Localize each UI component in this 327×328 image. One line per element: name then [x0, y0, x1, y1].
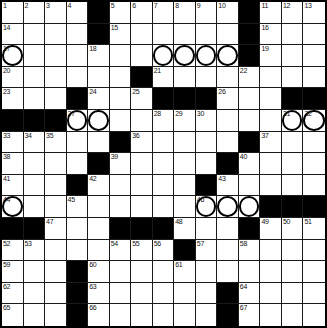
cell-r5c3[interactable] [45, 88, 67, 110]
cell-r7c8[interactable] [153, 132, 175, 154]
clue-number: 9 [197, 2, 201, 10]
cell-r11c14[interactable]: 50 [282, 218, 304, 240]
clue-number: 47 [46, 218, 53, 226]
clue-number: 31 [283, 110, 290, 118]
clue-number: 12 [283, 2, 290, 10]
clue-number: 49 [261, 218, 268, 226]
cell-r3c4[interactable] [67, 45, 89, 67]
cell-r3c13[interactable]: 19 [260, 45, 282, 67]
cell-r6c4[interactable]: 27 [67, 110, 89, 132]
cell-r12c1[interactable]: 52 [2, 240, 24, 262]
cell-r13c10[interactable] [196, 261, 218, 283]
cell-r4c8[interactable]: 21 [153, 67, 175, 89]
black-square-r12c9 [174, 240, 196, 262]
clue-number: 2 [25, 2, 29, 10]
cell-r15c5[interactable]: 66 [88, 304, 110, 326]
cell-r9c9[interactable] [174, 175, 196, 197]
cell-r12c11[interactable] [217, 240, 239, 262]
clue-number: 14 [3, 24, 10, 32]
cell-r1c13[interactable]: 11 [260, 2, 282, 24]
circle-marker [153, 45, 174, 66]
cell-r7c10[interactable] [196, 132, 218, 154]
clue-number: 66 [89, 304, 96, 312]
cell-r3c1[interactable]: 17 [2, 45, 24, 67]
cell-r7c11[interactable] [217, 132, 239, 154]
black-square-r5c15 [303, 88, 325, 110]
cell-r9c8[interactable] [153, 175, 175, 197]
clue-number: 15 [111, 24, 118, 32]
cell-r9c6[interactable] [110, 175, 132, 197]
cell-r11c4[interactable] [67, 218, 89, 240]
clue-number: 36 [132, 132, 139, 140]
cell-r1c10[interactable]: 9 [196, 2, 218, 24]
cell-r10c8[interactable] [153, 196, 175, 218]
cell-r7c9[interactable] [174, 132, 196, 154]
cell-r2c7[interactable] [131, 24, 153, 46]
cell-r8c14[interactable] [282, 153, 304, 175]
black-square-r13c4 [67, 261, 89, 283]
cell-r12c7[interactable]: 55 [131, 240, 153, 262]
cell-r12c4[interactable] [67, 240, 89, 262]
cell-r3c3[interactable] [45, 45, 67, 67]
cell-r6c13[interactable] [260, 110, 282, 132]
cell-r5c1[interactable]: 23 [2, 88, 24, 110]
cell-r12c14[interactable] [282, 240, 304, 262]
cell-r4c5[interactable] [88, 67, 110, 89]
clue-number: 50 [283, 218, 290, 226]
cell-r6c11[interactable] [217, 110, 239, 132]
cell-r13c3[interactable] [45, 261, 67, 283]
cell-r8c8[interactable] [153, 153, 175, 175]
clue-number: 20 [3, 67, 10, 75]
black-square-r5c8 [153, 88, 175, 110]
circle-marker [239, 196, 260, 217]
cell-r2c9[interactable] [174, 24, 196, 46]
crossword-board: 1234567891011121314151617181920212223242… [0, 0, 327, 328]
cell-r1c14[interactable]: 12 [282, 2, 304, 24]
black-square-r5c9 [174, 88, 196, 110]
cell-r15c12[interactable]: 67 [239, 304, 261, 326]
cell-r4c13[interactable] [260, 67, 282, 89]
cell-r4c6[interactable] [110, 67, 132, 89]
cell-r13c15[interactable] [303, 261, 325, 283]
cell-r15c13[interactable] [260, 304, 282, 326]
clue-number: 7 [154, 2, 158, 10]
cell-r8c4[interactable] [67, 153, 89, 175]
black-square-r11c6 [110, 218, 132, 240]
cell-r13c12[interactable] [239, 261, 261, 283]
cell-r12c8[interactable]: 56 [153, 240, 175, 262]
clue-number: 30 [197, 110, 204, 118]
cell-r10c3[interactable] [45, 196, 67, 218]
clue-number: 53 [25, 240, 32, 248]
clue-number: 40 [240, 153, 247, 161]
cell-r6c12[interactable] [239, 110, 261, 132]
clue-number: 55 [132, 240, 139, 248]
cell-r6c6[interactable] [110, 110, 132, 132]
cell-r14c12[interactable]: 64 [239, 283, 261, 305]
clue-number: 32 [304, 110, 311, 118]
cell-r10c4[interactable]: 45 [67, 196, 89, 218]
cell-r12c15[interactable] [303, 240, 325, 262]
cell-r7c15[interactable] [303, 132, 325, 154]
cell-r1c8[interactable]: 7 [153, 2, 175, 24]
black-square-r14c4 [67, 283, 89, 305]
clue-number: 59 [3, 261, 10, 269]
cell-r4c4[interactable] [67, 67, 89, 89]
circle-marker [88, 110, 109, 131]
black-square-r10c14 [282, 196, 304, 218]
clue-number: 18 [89, 45, 96, 53]
cell-r10c11[interactable] [217, 196, 239, 218]
cell-r5c13[interactable] [260, 88, 282, 110]
black-square-r10c13 [260, 196, 282, 218]
cell-r12c12[interactable]: 58 [239, 240, 261, 262]
cell-r9c12[interactable] [239, 175, 261, 197]
cell-r3c10[interactable] [196, 45, 218, 67]
cell-r6c5[interactable] [88, 110, 110, 132]
clue-number: 13 [304, 2, 311, 10]
cell-r6c14[interactable]: 31 [282, 110, 304, 132]
cell-r3c5[interactable]: 18 [88, 45, 110, 67]
cell-r10c7[interactable] [131, 196, 153, 218]
cell-r5c2[interactable] [24, 88, 46, 110]
clue-number: 27 [68, 110, 75, 118]
cell-r3c6[interactable] [110, 45, 132, 67]
cell-r10c1[interactable]: 44 [2, 196, 24, 218]
black-square-r6c2 [24, 110, 46, 132]
black-square-r11c1 [2, 218, 24, 240]
cell-r11c3[interactable]: 47 [45, 218, 67, 240]
clue-number: 35 [46, 132, 53, 140]
cell-r6c7[interactable] [131, 110, 153, 132]
cell-r2c1[interactable]: 14 [2, 24, 24, 46]
cell-r15c1[interactable]: 65 [2, 304, 24, 326]
cell-r13c1[interactable]: 59 [2, 261, 24, 283]
cell-r10c5[interactable] [88, 196, 110, 218]
cell-r10c9[interactable] [174, 196, 196, 218]
cell-r9c7[interactable] [131, 175, 153, 197]
cell-r6c8[interactable]: 28 [153, 110, 175, 132]
clue-number: 61 [175, 261, 182, 269]
cell-r15c10[interactable] [196, 304, 218, 326]
black-square-r1c12 [239, 2, 261, 24]
cell-r7c14[interactable] [282, 132, 304, 154]
clue-number: 56 [154, 240, 161, 248]
crossword-puzzle: 1234567891011121314151617181920212223242… [0, 0, 327, 328]
cell-r9c15[interactable] [303, 175, 325, 197]
clue-number: 44 [3, 196, 10, 204]
cell-r15c2[interactable] [24, 304, 46, 326]
clue-number: 38 [3, 153, 10, 161]
cell-r9c14[interactable] [282, 175, 304, 197]
clue-number: 3 [46, 2, 50, 10]
clue-number: 8 [175, 2, 179, 10]
cell-r2c4[interactable] [67, 24, 89, 46]
cell-r8c7[interactable] [131, 153, 153, 175]
cell-r6c15[interactable]: 32 [303, 110, 325, 132]
clue-number: 41 [3, 175, 10, 183]
clue-number: 29 [175, 110, 182, 118]
clue-number: 19 [261, 45, 268, 53]
cell-r7c1[interactable]: 33 [2, 132, 24, 154]
black-square-r15c4 [67, 304, 89, 326]
cell-r1c2[interactable]: 2 [24, 2, 46, 24]
cell-r2c8[interactable] [153, 24, 175, 46]
cell-r1c6[interactable]: 5 [110, 2, 132, 24]
cell-r1c7[interactable]: 6 [131, 2, 153, 24]
black-square-r5c14 [282, 88, 304, 110]
cell-r12c13[interactable] [260, 240, 282, 262]
clue-number: 16 [261, 24, 268, 32]
clue-number: 22 [240, 67, 247, 75]
clue-number: 28 [154, 110, 161, 118]
black-square-r9c10 [196, 175, 218, 197]
cell-r13c11[interactable] [217, 261, 239, 283]
cell-r11c13[interactable]: 49 [260, 218, 282, 240]
cell-r9c3[interactable] [45, 175, 67, 197]
cell-r9c1[interactable]: 41 [2, 175, 24, 197]
cell-r1c1[interactable]: 1 [2, 2, 24, 24]
cell-r12c2[interactable]: 53 [24, 240, 46, 262]
cell-r14c14[interactable] [282, 283, 304, 305]
cell-r11c5[interactable] [88, 218, 110, 240]
cell-r7c3[interactable]: 35 [45, 132, 67, 154]
cell-r5c5[interactable]: 24 [88, 88, 110, 110]
cell-r12c5[interactable] [88, 240, 110, 262]
cell-r15c15[interactable] [303, 304, 325, 326]
cell-r14c7[interactable] [131, 283, 153, 305]
black-square-r14c11 [217, 283, 239, 305]
clue-number: 60 [89, 261, 96, 269]
cell-r15c14[interactable] [282, 304, 304, 326]
cell-r13c13[interactable] [260, 261, 282, 283]
clue-number: 46 [197, 196, 204, 204]
black-square-r5c10 [196, 88, 218, 110]
cell-r4c15[interactable] [303, 67, 325, 89]
cell-r12c10[interactable]: 57 [196, 240, 218, 262]
cell-r2c14[interactable] [282, 24, 304, 46]
clue-number: 11 [261, 2, 268, 10]
cell-r12c3[interactable] [45, 240, 67, 262]
clue-number: 26 [218, 88, 225, 96]
black-square-r11c7 [131, 218, 153, 240]
cell-r1c15[interactable]: 13 [303, 2, 325, 24]
black-square-r7c6 [110, 132, 132, 154]
cell-r13c2[interactable] [24, 261, 46, 283]
cell-r11c11[interactable] [217, 218, 239, 240]
cell-r14c2[interactable] [24, 283, 46, 305]
cell-r14c15[interactable] [303, 283, 325, 305]
cell-r2c10[interactable] [196, 24, 218, 46]
cell-r14c1[interactable]: 62 [2, 283, 24, 305]
black-square-r9c4 [67, 175, 89, 197]
cell-r13c9[interactable]: 61 [174, 261, 196, 283]
clue-number: 34 [25, 132, 32, 140]
cell-r8c12[interactable]: 40 [239, 153, 261, 175]
cell-r11c10[interactable] [196, 218, 218, 240]
cell-r7c5[interactable] [88, 132, 110, 154]
clue-number: 48 [175, 218, 182, 226]
clue-number: 43 [218, 175, 225, 183]
cell-r8c6[interactable]: 39 [110, 153, 132, 175]
clue-number: 52 [3, 240, 10, 248]
clue-number: 58 [240, 240, 247, 248]
clue-number: 6 [132, 2, 136, 10]
cell-r2c6[interactable]: 15 [110, 24, 132, 46]
clue-number: 23 [3, 88, 10, 96]
cell-r7c4[interactable] [67, 132, 89, 154]
cell-r3c9[interactable] [174, 45, 196, 67]
cell-r1c3[interactable]: 3 [45, 2, 67, 24]
cell-r2c11[interactable] [217, 24, 239, 46]
cell-r14c13[interactable] [260, 283, 282, 305]
cell-r15c9[interactable] [174, 304, 196, 326]
circle-marker [217, 196, 238, 217]
cell-r14c6[interactable] [110, 283, 132, 305]
cell-r9c13[interactable] [260, 175, 282, 197]
cell-r11c9[interactable]: 48 [174, 218, 196, 240]
black-square-r2c12 [239, 24, 261, 46]
cell-r7c2[interactable]: 34 [24, 132, 46, 154]
cell-r15c3[interactable] [45, 304, 67, 326]
clue-number: 51 [304, 218, 311, 226]
cell-r13c7[interactable] [131, 261, 153, 283]
clue-number: 10 [218, 2, 225, 10]
clue-number: 57 [197, 240, 204, 248]
cell-r13c6[interactable] [110, 261, 132, 283]
circle-marker [217, 45, 238, 66]
cell-r15c8[interactable] [153, 304, 175, 326]
cell-r4c12[interactable]: 22 [239, 67, 261, 89]
cell-r8c13[interactable] [260, 153, 282, 175]
cell-r3c11[interactable] [217, 45, 239, 67]
cell-r7c13[interactable]: 37 [260, 132, 282, 154]
cell-r1c9[interactable]: 8 [174, 2, 196, 24]
cell-r10c6[interactable] [110, 196, 132, 218]
cell-r13c14[interactable] [282, 261, 304, 283]
clue-number: 67 [240, 304, 247, 312]
cell-r4c2[interactable] [24, 67, 46, 89]
cell-r1c11[interactable]: 10 [217, 2, 239, 24]
black-square-r11c2 [24, 218, 46, 240]
circle-marker [174, 45, 195, 66]
cell-r8c2[interactable] [24, 153, 46, 175]
cell-r13c8[interactable] [153, 261, 175, 283]
clue-number: 37 [261, 132, 268, 140]
cell-r14c9[interactable] [174, 283, 196, 305]
black-square-r2c5 [88, 24, 110, 46]
clue-number: 25 [132, 88, 139, 96]
cell-r4c1[interactable]: 20 [2, 67, 24, 89]
cell-r3c14[interactable] [282, 45, 304, 67]
black-square-r15c11 [217, 304, 239, 326]
black-square-r6c3 [45, 110, 67, 132]
cell-r6c10[interactable]: 30 [196, 110, 218, 132]
black-square-r1c5 [88, 2, 110, 24]
clue-number: 65 [3, 304, 10, 312]
cell-r15c6[interactable] [110, 304, 132, 326]
cell-r4c11[interactable] [217, 67, 239, 89]
clue-number: 45 [68, 196, 75, 204]
cell-r3c15[interactable] [303, 45, 325, 67]
cell-r8c10[interactable] [196, 153, 218, 175]
cell-r4c3[interactable] [45, 67, 67, 89]
cell-r7c7[interactable]: 36 [131, 132, 153, 154]
clue-number: 64 [240, 283, 247, 291]
black-square-r5c4 [67, 88, 89, 110]
cell-r2c2[interactable] [24, 24, 46, 46]
cell-r9c5[interactable]: 42 [88, 175, 110, 197]
cell-r12c6[interactable]: 54 [110, 240, 132, 262]
clue-number: 54 [111, 240, 118, 248]
black-square-r7c12 [239, 132, 261, 154]
cell-r3c8[interactable] [153, 45, 175, 67]
cell-r9c11[interactable]: 43 [217, 175, 239, 197]
cell-r8c9[interactable] [174, 153, 196, 175]
clue-number: 21 [154, 67, 161, 75]
cell-r2c3[interactable] [45, 24, 67, 46]
cell-r1c4[interactable]: 4 [67, 2, 89, 24]
cell-r4c14[interactable] [282, 67, 304, 89]
cell-r15c7[interactable] [131, 304, 153, 326]
cell-r10c12[interactable] [239, 196, 261, 218]
cell-r10c10[interactable]: 46 [196, 196, 218, 218]
cell-r8c1[interactable]: 38 [2, 153, 24, 175]
cell-r3c2[interactable] [24, 45, 46, 67]
clue-number: 39 [111, 153, 118, 161]
black-square-r11c8 [153, 218, 175, 240]
cell-r5c7[interactable]: 25 [131, 88, 153, 110]
cell-r3c7[interactable] [131, 45, 153, 67]
black-square-r11c12 [239, 218, 261, 240]
clue-number: 1 [3, 2, 7, 10]
cell-r14c5[interactable]: 63 [88, 283, 110, 305]
cell-r2c15[interactable] [303, 24, 325, 46]
clue-number: 5 [111, 2, 115, 10]
clue-number: 17 [3, 45, 10, 53]
cell-r14c10[interactable] [196, 283, 218, 305]
cell-r4c9[interactable] [174, 67, 196, 89]
clue-number: 63 [89, 283, 96, 291]
black-square-r10c15 [303, 196, 325, 218]
cell-r11c15[interactable]: 51 [303, 218, 325, 240]
cell-r5c12[interactable] [239, 88, 261, 110]
cell-r2c13[interactable]: 16 [260, 24, 282, 46]
cell-r5c6[interactable] [110, 88, 132, 110]
clue-number: 42 [89, 175, 96, 183]
cell-r14c3[interactable] [45, 283, 67, 305]
cell-r5c11[interactable]: 26 [217, 88, 239, 110]
cell-r14c8[interactable] [153, 283, 175, 305]
cell-r8c3[interactable] [45, 153, 67, 175]
cell-r8c15[interactable] [303, 153, 325, 175]
cell-r6c9[interactable]: 29 [174, 110, 196, 132]
cell-r13c5[interactable]: 60 [88, 261, 110, 283]
clue-number: 4 [68, 2, 72, 10]
cell-r4c10[interactable] [196, 67, 218, 89]
clue-number: 33 [3, 132, 10, 140]
black-square-r6c1 [2, 110, 24, 132]
circle-marker [196, 45, 217, 66]
clue-number: 62 [3, 283, 10, 291]
black-square-r8c11 [217, 153, 239, 175]
cell-r10c2[interactable] [24, 196, 46, 218]
black-square-r4c7 [131, 67, 153, 89]
black-square-r8c5 [88, 153, 110, 175]
cell-r9c2[interactable] [24, 175, 46, 197]
clue-number: 24 [89, 88, 96, 96]
